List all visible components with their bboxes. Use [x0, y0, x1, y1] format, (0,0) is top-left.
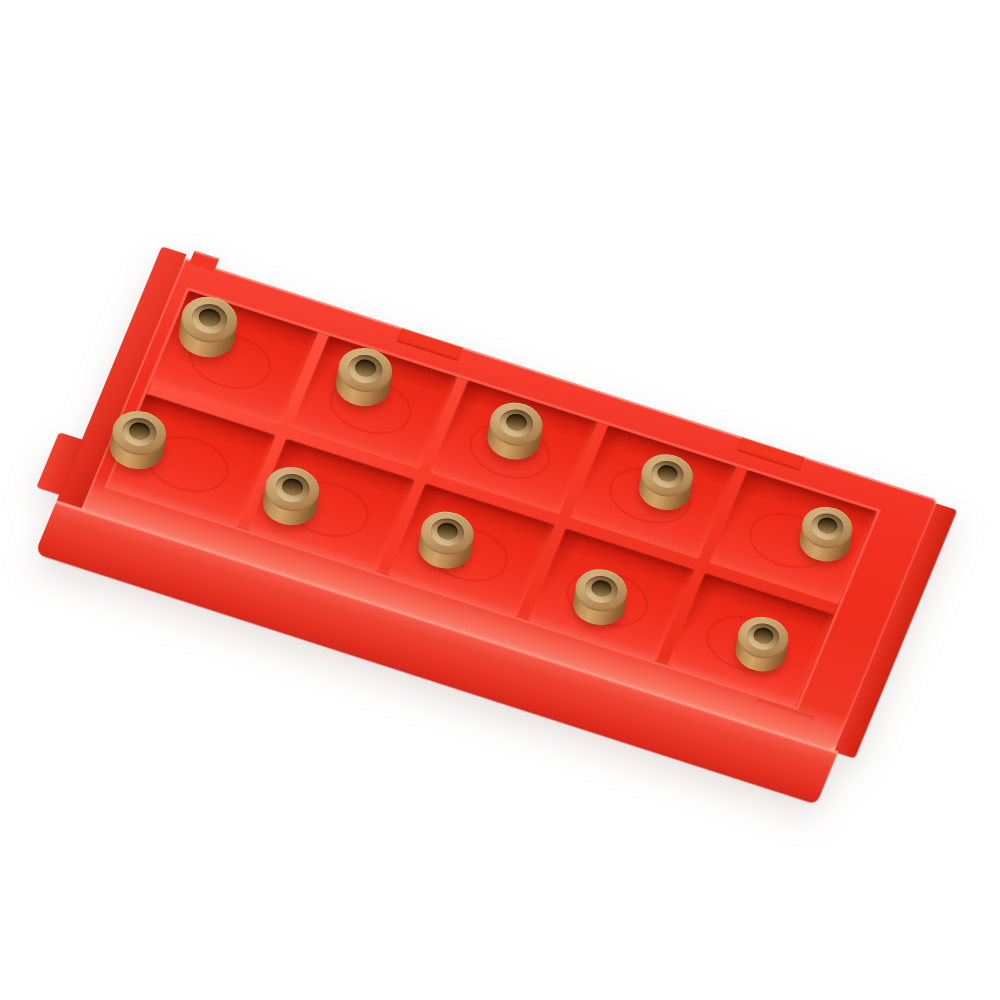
tray-corner-tab	[189, 251, 219, 272]
tray-rim-notch	[737, 437, 805, 471]
round-insert	[415, 508, 476, 574]
round-insert	[333, 344, 396, 412]
round-insert	[636, 450, 696, 515]
product-photo-scene	[0, 0, 1000, 1000]
round-insert	[570, 565, 630, 630]
round-insert	[733, 613, 792, 677]
tray-rim-notch	[397, 328, 464, 361]
round-insert	[107, 407, 170, 475]
round-insert	[260, 463, 323, 531]
round-insert	[484, 399, 545, 465]
round-insert	[797, 503, 856, 567]
round-insert	[175, 293, 240, 363]
